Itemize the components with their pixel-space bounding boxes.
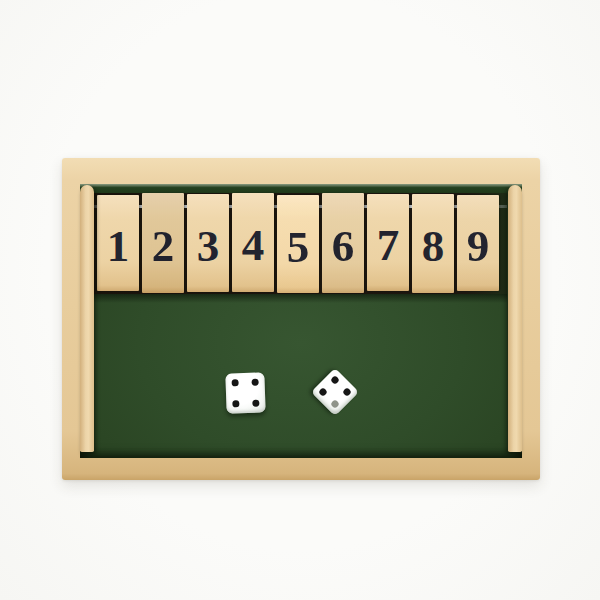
tile-row-shadow: [94, 294, 507, 303]
tile-6[interactable]: 6: [322, 193, 364, 293]
tile-number: 6: [332, 218, 355, 269]
die-1[interactable]: [225, 372, 265, 413]
shut-the-box-board: 1 2 3 4 5 6 7 8 9: [62, 158, 540, 480]
tile-1[interactable]: 1: [97, 195, 139, 291]
tile-2[interactable]: 2: [142, 193, 184, 293]
left-rail: [80, 185, 94, 452]
felt-playing-area: 1 2 3 4 5 6 7 8 9: [80, 184, 522, 458]
tile-track: 1 2 3 4 5 6 7 8 9: [94, 193, 507, 294]
tile-number: 5: [287, 219, 310, 270]
tile-3[interactable]: 3: [187, 194, 229, 292]
tile-number: 2: [152, 218, 175, 269]
tile-5[interactable]: 5: [277, 195, 319, 293]
product-photo-background: 1 2 3 4 5 6 7 8 9: [0, 0, 600, 600]
tile-number: 9: [467, 218, 490, 269]
tile-number: 3: [197, 218, 220, 269]
tile-number: 8: [422, 218, 445, 269]
right-rail: [508, 185, 522, 452]
tile-7[interactable]: 7: [367, 194, 409, 291]
die-pip: [252, 378, 259, 385]
die-pip: [231, 379, 238, 386]
tile-number: 7: [377, 217, 400, 268]
die-pip: [253, 400, 260, 407]
tile-8[interactable]: 8: [412, 194, 454, 293]
tile-number: 4: [242, 217, 265, 268]
tile-4[interactable]: 4: [232, 193, 274, 292]
die-pip: [232, 400, 239, 407]
die-2[interactable]: [311, 368, 359, 416]
tile-row: 1 2 3 4 5 6 7 8 9: [97, 193, 499, 294]
die-pip: [330, 400, 339, 409]
tile-9[interactable]: 9: [457, 195, 499, 291]
tile-number: 1: [107, 218, 130, 269]
